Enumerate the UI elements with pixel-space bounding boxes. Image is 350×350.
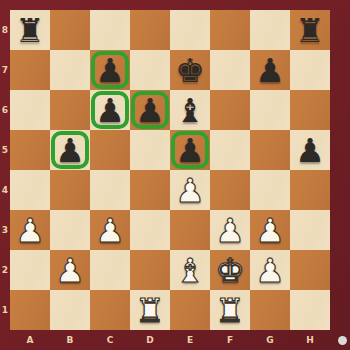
square-g1[interactable] (250, 290, 290, 330)
piece-black-rook-h8[interactable]: ♜ (290, 10, 330, 50)
square-f3[interactable]: ♟ (210, 210, 250, 250)
square-c7[interactable]: ♟ (90, 50, 130, 90)
square-g2[interactable]: ♟ (250, 250, 290, 290)
square-d3[interactable] (130, 210, 170, 250)
square-h2[interactable] (290, 250, 330, 290)
piece-black-rook-a8[interactable]: ♜ (10, 10, 50, 50)
board-resize-handle-icon[interactable] (338, 336, 347, 345)
square-f4[interactable] (210, 170, 250, 210)
square-b8[interactable] (50, 10, 90, 50)
square-h1[interactable] (290, 290, 330, 330)
square-h3[interactable] (290, 210, 330, 250)
file-label-c: C (90, 330, 130, 350)
square-f2[interactable]: ♚ (210, 250, 250, 290)
square-c8[interactable] (90, 10, 130, 50)
piece-white-pawn-g2[interactable]: ♟ (250, 250, 290, 290)
square-h4[interactable] (290, 170, 330, 210)
square-a5[interactable] (10, 130, 50, 170)
square-e7[interactable]: ♚ (170, 50, 210, 90)
rank-label-5: 5 (0, 130, 10, 170)
piece-black-pawn-h5[interactable]: ♟ (290, 130, 330, 170)
square-g8[interactable] (250, 10, 290, 50)
file-label-e: E (170, 330, 210, 350)
square-a2[interactable] (10, 250, 50, 290)
file-label-f: F (210, 330, 250, 350)
rank-label-7: 7 (0, 50, 10, 90)
square-f1[interactable]: ♜ (210, 290, 250, 330)
rank-label-6: 6 (0, 90, 10, 130)
chess-board: ♜♜♟♚♟♟♟♝♟♟♟♟♟♟♟♟♟♝♚♟♜♜ (10, 10, 330, 330)
square-a1[interactable] (10, 290, 50, 330)
square-d8[interactable] (130, 10, 170, 50)
rank-label-3: 3 (0, 210, 10, 250)
piece-white-rook-d1[interactable]: ♜ (130, 290, 170, 330)
square-d4[interactable] (130, 170, 170, 210)
piece-white-rook-f1[interactable]: ♜ (210, 290, 250, 330)
piece-black-king-e7[interactable]: ♚ (170, 50, 210, 90)
square-b2[interactable]: ♟ (50, 250, 90, 290)
square-b7[interactable] (50, 50, 90, 90)
square-g5[interactable] (250, 130, 290, 170)
square-e2[interactable]: ♝ (170, 250, 210, 290)
square-b6[interactable] (50, 90, 90, 130)
file-label-b: B (50, 330, 90, 350)
file-label-a: A (10, 330, 50, 350)
rank-label-2: 2 (0, 250, 10, 290)
square-e6[interactable]: ♝ (170, 90, 210, 130)
square-c6[interactable]: ♟ (90, 90, 130, 130)
piece-white-pawn-c3[interactable]: ♟ (90, 210, 130, 250)
square-h8[interactable]: ♜ (290, 10, 330, 50)
piece-white-bishop-e2[interactable]: ♝ (170, 250, 210, 290)
square-a7[interactable] (10, 50, 50, 90)
square-h6[interactable] (290, 90, 330, 130)
square-g4[interactable] (250, 170, 290, 210)
square-c4[interactable] (90, 170, 130, 210)
file-label-h: H (290, 330, 330, 350)
square-d1[interactable]: ♜ (130, 290, 170, 330)
square-f7[interactable] (210, 50, 250, 90)
square-h5[interactable]: ♟ (290, 130, 330, 170)
piece-white-pawn-f3[interactable]: ♟ (210, 210, 250, 250)
piece-white-pawn-g3[interactable]: ♟ (250, 210, 290, 250)
piece-white-pawn-e4[interactable]: ♟ (170, 170, 210, 210)
square-g7[interactable]: ♟ (250, 50, 290, 90)
square-e5[interactable]: ♟ (170, 130, 210, 170)
piece-white-pawn-b2[interactable]: ♟ (50, 250, 90, 290)
square-d2[interactable] (130, 250, 170, 290)
file-labels: ABCDEFGH (10, 330, 330, 350)
piece-black-pawn-c6[interactable]: ♟ (90, 90, 130, 130)
piece-black-pawn-c7[interactable]: ♟ (90, 50, 130, 90)
square-c5[interactable] (90, 130, 130, 170)
rank-label-4: 4 (0, 170, 10, 210)
rank-label-8: 8 (0, 10, 10, 50)
square-f6[interactable] (210, 90, 250, 130)
file-label-d: D (130, 330, 170, 350)
square-c3[interactable]: ♟ (90, 210, 130, 250)
square-e1[interactable] (170, 290, 210, 330)
square-a4[interactable] (10, 170, 50, 210)
square-d7[interactable] (130, 50, 170, 90)
square-a8[interactable]: ♜ (10, 10, 50, 50)
piece-black-pawn-b5[interactable]: ♟ (50, 130, 90, 170)
piece-black-pawn-d6[interactable]: ♟ (130, 90, 170, 130)
file-label-g: G (250, 330, 290, 350)
piece-white-pawn-a3[interactable]: ♟ (10, 210, 50, 250)
square-b5[interactable]: ♟ (50, 130, 90, 170)
piece-white-king-f2[interactable]: ♚ (210, 250, 250, 290)
square-a6[interactable] (10, 90, 50, 130)
square-e4[interactable]: ♟ (170, 170, 210, 210)
square-b1[interactable] (50, 290, 90, 330)
square-d6[interactable]: ♟ (130, 90, 170, 130)
square-b3[interactable] (50, 210, 90, 250)
square-b4[interactable] (50, 170, 90, 210)
piece-black-pawn-e5[interactable]: ♟ (170, 130, 210, 170)
piece-black-bishop-e6[interactable]: ♝ (170, 90, 210, 130)
square-f5[interactable] (210, 130, 250, 170)
square-g3[interactable]: ♟ (250, 210, 290, 250)
square-d5[interactable] (130, 130, 170, 170)
chess-board-frame: 87654321 ♜♜♟♚♟♟♟♝♟♟♟♟♟♟♟♟♟♝♚♟♜♜ ABCDEFGH (0, 0, 350, 350)
piece-black-pawn-g7[interactable]: ♟ (250, 50, 290, 90)
square-a3[interactable]: ♟ (10, 210, 50, 250)
square-c2[interactable] (90, 250, 130, 290)
square-h7[interactable] (290, 50, 330, 90)
square-e8[interactable] (170, 10, 210, 50)
square-e3[interactable] (170, 210, 210, 250)
square-g6[interactable] (250, 90, 290, 130)
rank-label-1: 1 (0, 290, 10, 330)
rank-labels: 87654321 (0, 10, 10, 330)
square-f8[interactable] (210, 10, 250, 50)
square-c1[interactable] (90, 290, 130, 330)
